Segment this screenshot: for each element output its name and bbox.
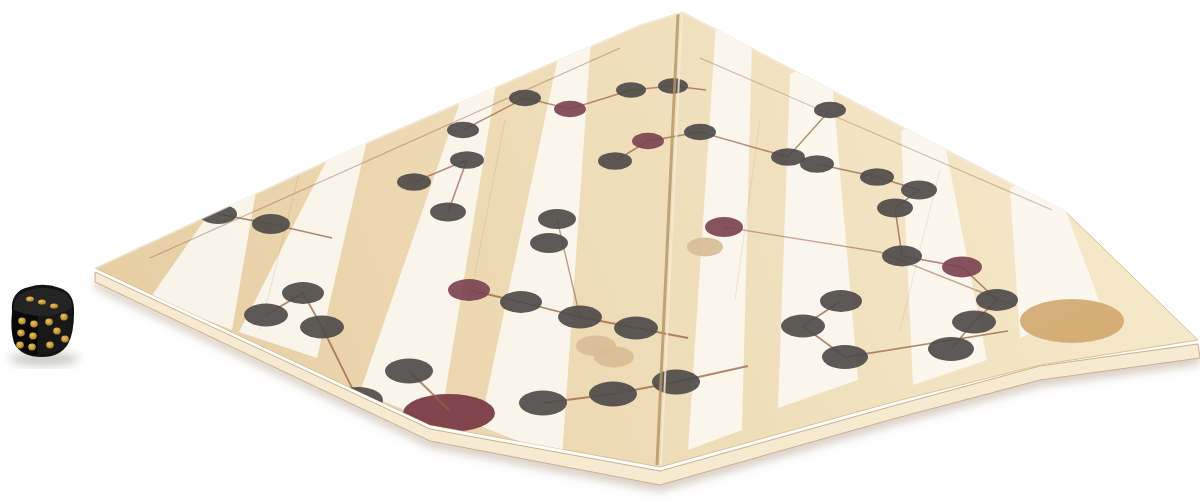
die-pip-top — [50, 303, 58, 308]
die-pip-right — [60, 314, 68, 321]
die-pip-right — [46, 342, 54, 349]
die-pip-left — [18, 318, 26, 325]
die-pip-left — [17, 330, 25, 337]
die-pip-left — [29, 333, 37, 340]
die-pip-top — [38, 299, 46, 304]
die[interactable] — [0, 0, 1200, 502]
die-pip-right — [53, 328, 61, 335]
die-pip-left — [30, 321, 38, 328]
die-pip-top — [26, 296, 34, 301]
die-pip-left — [16, 342, 24, 349]
photo-stage — [0, 0, 1200, 502]
die-pip-right — [61, 336, 69, 343]
die-pip-left — [28, 344, 36, 351]
die-pip-right — [45, 319, 53, 326]
